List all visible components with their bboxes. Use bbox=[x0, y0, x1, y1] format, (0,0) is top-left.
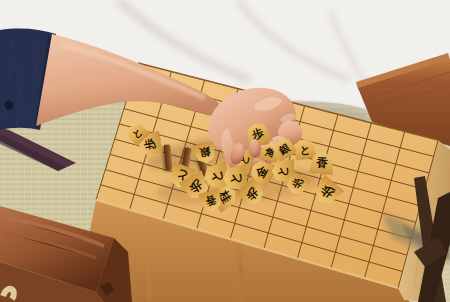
piece-kanji: 銀 bbox=[199, 146, 211, 158]
sleeve-button bbox=[5, 101, 14, 110]
piece-kanji: 歩 bbox=[319, 183, 337, 201]
piece-kanji: と bbox=[278, 165, 290, 177]
piece-kanji: と bbox=[229, 171, 243, 185]
piece-kanji: 歩 bbox=[290, 176, 304, 190]
piece-kanji: 金 bbox=[255, 164, 271, 180]
scene-illustration bbox=[0, 0, 450, 302]
piece-kanji: 銀 bbox=[277, 141, 291, 155]
shogi-scene-photo: 歩とと歩と銀歩とと金歩桂香角銀と香と歩歩 bbox=[0, 0, 450, 302]
piece-kanji: 歩 bbox=[187, 178, 204, 195]
piece-kanji: と bbox=[299, 144, 311, 156]
piece-kanji: と bbox=[209, 168, 224, 183]
piece-kanji: 歩 bbox=[144, 137, 157, 150]
piece-kanji: と bbox=[131, 127, 145, 141]
piece-kanji: 香 bbox=[204, 194, 217, 207]
piece-kanji: 角 bbox=[264, 147, 276, 159]
piece-kanji: 香 bbox=[316, 157, 329, 170]
piece-kanji: 歩 bbox=[243, 185, 259, 201]
